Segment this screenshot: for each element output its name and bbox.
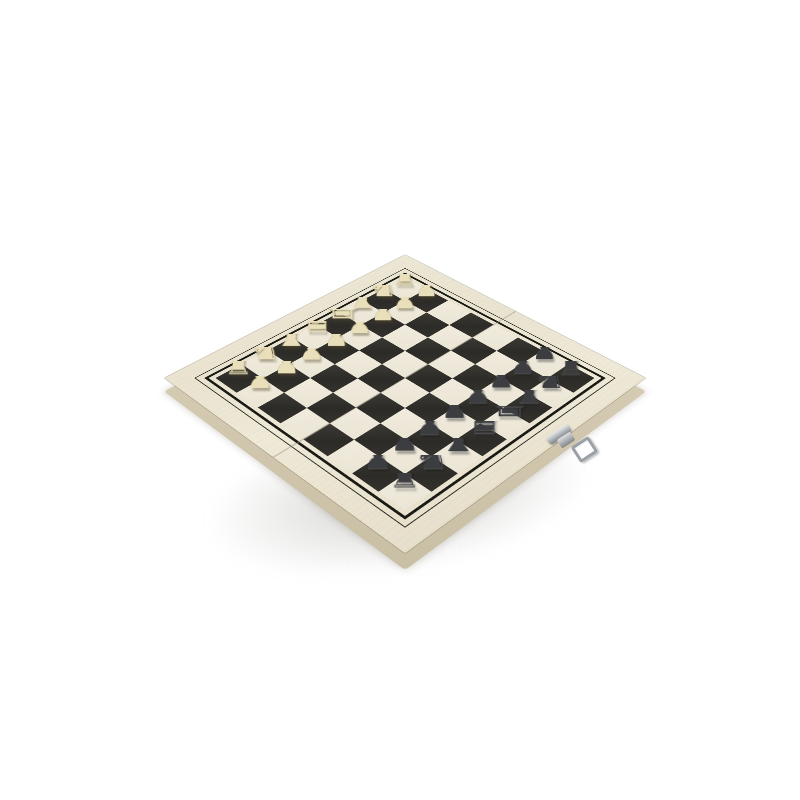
latch-clasp [544,416,608,468]
product-photo-stage: ♜♟♟♜♞♟♟♞♝♟♟♝♚♟♟♚♛♟♟♛♝♟♟♝♞♟♟♞♜♟♟♜ [0,0,800,800]
